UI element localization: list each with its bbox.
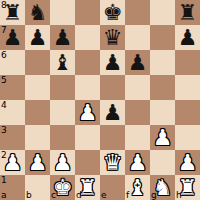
- square-f2[interactable]: ♟: [125, 150, 150, 175]
- file-label-a: a: [1, 190, 7, 200]
- rank-label-1: 1: [1, 175, 7, 185]
- white-bishop-f1[interactable]: ♝: [128, 175, 148, 200]
- square-b8[interactable]: ♞: [25, 0, 50, 25]
- square-g1[interactable]: g♞: [150, 175, 175, 200]
- rank-label-5: 5: [1, 75, 7, 85]
- square-d6[interactable]: [75, 50, 100, 75]
- file-label-e: e: [101, 190, 107, 200]
- chess-board: 8♜♞♚♜7♟♟♟♛♟6♝♟♟54♟♟3♟2♟♟♟♛♟♟1abc♚d♜ef♝g♞…: [0, 0, 200, 200]
- square-e1[interactable]: e: [100, 175, 125, 200]
- square-f7[interactable]: [125, 25, 150, 50]
- black-pawn-b7[interactable]: ♟: [28, 25, 48, 50]
- black-queen-e7[interactable]: ♛: [103, 25, 123, 50]
- square-f5[interactable]: [125, 75, 150, 100]
- square-a2[interactable]: 2♟: [0, 150, 25, 175]
- black-pawn-e4[interactable]: ♟: [103, 100, 123, 125]
- square-g7[interactable]: [150, 25, 175, 50]
- white-pawn-b2[interactable]: ♟: [28, 150, 48, 175]
- square-h8[interactable]: ♜: [175, 0, 200, 25]
- black-rook-a8[interactable]: ♜: [3, 0, 23, 25]
- square-d7[interactable]: [75, 25, 100, 50]
- square-f4[interactable]: [125, 100, 150, 125]
- square-b1[interactable]: b: [25, 175, 50, 200]
- square-e4[interactable]: ♟: [100, 100, 125, 125]
- white-rook-d1[interactable]: ♜: [78, 175, 98, 200]
- square-h7[interactable]: ♟: [175, 25, 200, 50]
- square-a1[interactable]: 1a: [0, 175, 25, 200]
- white-pawn-g3[interactable]: ♟: [153, 125, 173, 150]
- white-pawn-c2[interactable]: ♟: [53, 150, 73, 175]
- square-c4[interactable]: [50, 100, 75, 125]
- square-a7[interactable]: 7♟: [0, 25, 25, 50]
- square-a4[interactable]: 4: [0, 100, 25, 125]
- white-pawn-h2[interactable]: ♟: [178, 150, 198, 175]
- square-g8[interactable]: [150, 0, 175, 25]
- square-c8[interactable]: [50, 0, 75, 25]
- square-h2[interactable]: ♟: [175, 150, 200, 175]
- black-king-e8[interactable]: ♚: [103, 0, 123, 25]
- square-b2[interactable]: ♟: [25, 150, 50, 175]
- square-b4[interactable]: [25, 100, 50, 125]
- black-pawn-a7[interactable]: ♟: [3, 25, 23, 50]
- square-h4[interactable]: [175, 100, 200, 125]
- square-b3[interactable]: [25, 125, 50, 150]
- square-e3[interactable]: [100, 125, 125, 150]
- rank-label-4: 4: [1, 100, 7, 110]
- rank-label-6: 6: [1, 50, 7, 60]
- black-pawn-f6[interactable]: ♟: [128, 50, 148, 75]
- square-f8[interactable]: [125, 0, 150, 25]
- white-rook-h1[interactable]: ♜: [178, 175, 198, 200]
- square-a8[interactable]: 8♜: [0, 0, 25, 25]
- square-d1[interactable]: d♜: [75, 175, 100, 200]
- square-e6[interactable]: ♟: [100, 50, 125, 75]
- square-g3[interactable]: ♟: [150, 125, 175, 150]
- file-label-b: b: [26, 190, 32, 200]
- square-c6[interactable]: ♝: [50, 50, 75, 75]
- black-rook-h8[interactable]: ♜: [178, 0, 198, 25]
- square-d4[interactable]: ♟: [75, 100, 100, 125]
- square-f3[interactable]: [125, 125, 150, 150]
- black-pawn-e6[interactable]: ♟: [103, 50, 123, 75]
- rank-label-3: 3: [1, 125, 7, 135]
- square-f6[interactable]: ♟: [125, 50, 150, 75]
- black-knight-b8[interactable]: ♞: [28, 0, 48, 25]
- square-g5[interactable]: [150, 75, 175, 100]
- square-c7[interactable]: ♟: [50, 25, 75, 50]
- square-h3[interactable]: [175, 125, 200, 150]
- square-d2[interactable]: [75, 150, 100, 175]
- square-d3[interactable]: [75, 125, 100, 150]
- square-b5[interactable]: [25, 75, 50, 100]
- square-b6[interactable]: [25, 50, 50, 75]
- square-h5[interactable]: [175, 75, 200, 100]
- black-pawn-h7[interactable]: ♟: [178, 25, 198, 50]
- square-c1[interactable]: c♚: [50, 175, 75, 200]
- square-a6[interactable]: 6: [0, 50, 25, 75]
- square-g6[interactable]: [150, 50, 175, 75]
- square-c5[interactable]: [50, 75, 75, 100]
- white-pawn-a2[interactable]: ♟: [3, 150, 23, 175]
- square-c3[interactable]: [50, 125, 75, 150]
- white-knight-g1[interactable]: ♞: [153, 175, 173, 200]
- square-d8[interactable]: [75, 0, 100, 25]
- white-pawn-f2[interactable]: ♟: [128, 150, 148, 175]
- white-pawn-d4[interactable]: ♟: [78, 100, 98, 125]
- white-queen-e2[interactable]: ♛: [103, 150, 123, 175]
- square-e2[interactable]: ♛: [100, 150, 125, 175]
- square-g4[interactable]: [150, 100, 175, 125]
- square-e7[interactable]: ♛: [100, 25, 125, 50]
- square-c2[interactable]: ♟: [50, 150, 75, 175]
- black-pawn-c7[interactable]: ♟: [53, 25, 73, 50]
- square-e5[interactable]: [100, 75, 125, 100]
- square-h6[interactable]: [175, 50, 200, 75]
- square-h1[interactable]: h♜: [175, 175, 200, 200]
- square-g2[interactable]: [150, 150, 175, 175]
- black-bishop-c6[interactable]: ♝: [53, 50, 73, 75]
- square-a3[interactable]: 3: [0, 125, 25, 150]
- square-b7[interactable]: ♟: [25, 25, 50, 50]
- square-d5[interactable]: [75, 75, 100, 100]
- square-e8[interactable]: ♚: [100, 0, 125, 25]
- white-king-c1[interactable]: ♚: [53, 175, 73, 200]
- square-a5[interactable]: 5: [0, 75, 25, 100]
- square-f1[interactable]: f♝: [125, 175, 150, 200]
